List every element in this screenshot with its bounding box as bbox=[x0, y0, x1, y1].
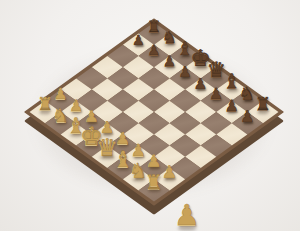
black-bishop[interactable]: ♝ bbox=[223, 72, 241, 92]
black-pawn[interactable]: ♟ bbox=[163, 54, 176, 69]
black-rook[interactable]: ♜ bbox=[255, 96, 271, 114]
white-pawn[interactable]: ♟ bbox=[69, 98, 83, 114]
white-rook[interactable]: ♜ bbox=[37, 96, 53, 114]
black-pawn[interactable]: ♟ bbox=[132, 32, 145, 46]
black-pawn[interactable]: ♟ bbox=[209, 87, 223, 103]
black-knight[interactable]: ♞ bbox=[239, 85, 256, 103]
black-pawn[interactable]: ♟ bbox=[240, 109, 254, 125]
white-pawn[interactable]: ♟ bbox=[54, 87, 68, 103]
black-rook[interactable]: ♜ bbox=[147, 20, 161, 35]
offboard-white-pawn[interactable]: ♟ bbox=[174, 201, 200, 230]
black-pawn[interactable]: ♟ bbox=[194, 76, 208, 91]
white-pawn[interactable]: ♟ bbox=[131, 142, 146, 159]
black-pawn[interactable]: ♟ bbox=[225, 98, 239, 114]
chess-set-photo: ♟ ♜♞♝♛♚♝♞♜♟♟♟♟♟♟♟♟♟♟♟♟♟♟♟♟♜♞♝♛♚♝♞♜ bbox=[0, 0, 300, 231]
white-rook[interactable]: ♜ bbox=[145, 173, 163, 193]
black-knight[interactable]: ♞ bbox=[162, 30, 177, 47]
white-pawn[interactable]: ♟ bbox=[146, 153, 161, 170]
white-pawn[interactable]: ♟ bbox=[162, 164, 178, 182]
pieces-layer: ♟ ♜♞♝♛♚♝♞♜♟♟♟♟♟♟♟♟♟♟♟♟♟♟♟♟♜♞♝♛♚♝♞♜ bbox=[0, 0, 300, 231]
black-pawn[interactable]: ♟ bbox=[178, 65, 191, 80]
black-pawn[interactable]: ♟ bbox=[148, 43, 161, 57]
